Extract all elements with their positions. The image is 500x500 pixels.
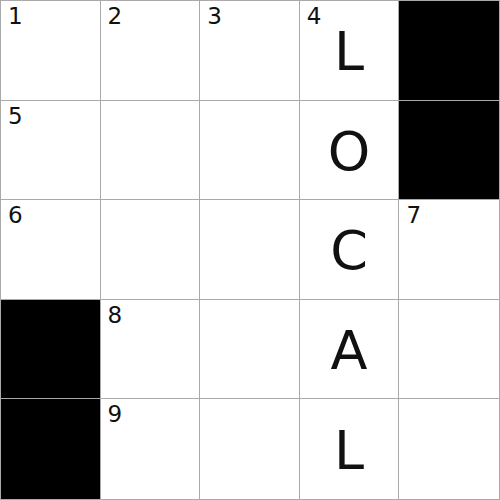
cell-r5c3[interactable] xyxy=(200,399,300,499)
cell-r2c2[interactable] xyxy=(101,101,201,201)
cell-r4c5[interactable] xyxy=(399,300,499,400)
crossword-grid: 1234L5O6C78A9L xyxy=(0,0,500,500)
cell-r3c1[interactable]: 6 xyxy=(1,200,101,300)
clue-number: 8 xyxy=(108,304,123,327)
cell-r3c5[interactable]: 7 xyxy=(399,200,499,300)
cell-letter: O xyxy=(328,125,371,179)
cell-letter: C xyxy=(330,224,368,278)
cell-letter: A xyxy=(331,324,368,378)
cell-r1c5 xyxy=(399,1,499,101)
cell-r5c4[interactable]: L xyxy=(300,399,400,499)
cell-r1c3[interactable]: 3 xyxy=(200,1,300,101)
clue-number: 4 xyxy=(307,5,322,28)
cell-letter: L xyxy=(334,25,364,79)
cell-r4c3[interactable] xyxy=(200,300,300,400)
clue-number: 1 xyxy=(8,5,23,28)
cell-r5c5[interactable] xyxy=(399,399,499,499)
clue-number: 2 xyxy=(108,5,123,28)
clue-number: 7 xyxy=(406,204,421,227)
clue-number: 6 xyxy=(8,204,23,227)
cell-r2c5 xyxy=(399,101,499,201)
cell-r2c3[interactable] xyxy=(200,101,300,201)
cell-r2c4[interactable]: O xyxy=(300,101,400,201)
cell-r4c4[interactable]: A xyxy=(300,300,400,400)
cell-letter: L xyxy=(334,424,364,478)
cell-r5c1 xyxy=(1,399,101,499)
cell-r3c3[interactable] xyxy=(200,200,300,300)
cell-r1c2[interactable]: 2 xyxy=(101,1,201,101)
clue-number: 3 xyxy=(207,5,222,28)
clue-number: 9 xyxy=(108,403,123,426)
cell-r3c2[interactable] xyxy=(101,200,201,300)
cell-r5c2[interactable]: 9 xyxy=(101,399,201,499)
cell-r2c1[interactable]: 5 xyxy=(1,101,101,201)
cell-r3c4[interactable]: C xyxy=(300,200,400,300)
cell-r4c1 xyxy=(1,300,101,400)
cell-r4c2[interactable]: 8 xyxy=(101,300,201,400)
cell-r1c4[interactable]: 4L xyxy=(300,1,400,101)
cell-r1c1[interactable]: 1 xyxy=(1,1,101,101)
clue-number: 5 xyxy=(8,105,23,128)
